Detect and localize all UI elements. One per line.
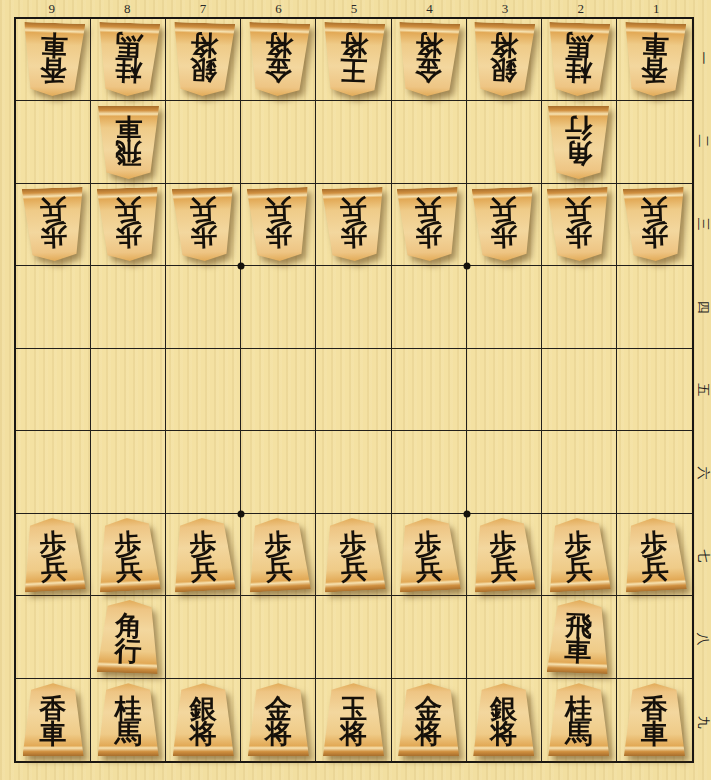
piece-kanji: 兵 — [40, 556, 68, 582]
piece-kanji: 歩 — [340, 222, 368, 248]
piece-kanji: 馬 — [565, 32, 593, 58]
board-square-86[interactable] — [91, 431, 166, 513]
piece-kanji: 金 — [415, 697, 442, 722]
board-square-37[interactable]: 歩兵 — [467, 514, 542, 596]
board-square-71[interactable]: 銀将 — [166, 19, 241, 101]
piece-face: 桂馬 — [547, 22, 611, 97]
piece-gote-knight-21[interactable]: 桂馬 — [548, 23, 609, 96]
board-square-76[interactable] — [166, 431, 241, 513]
piece-gote-lance-11[interactable]: 香車 — [624, 23, 685, 96]
file-labels: 987654321 — [14, 0, 694, 17]
shogi-app: 987654321 一二三四五六七八九 香車桂馬銀将金将王将金将銀将桂馬香車飛車… — [0, 0, 711, 780]
piece-kanji: 車 — [641, 722, 668, 747]
board-square-15[interactable] — [617, 349, 692, 431]
piece-kanji: 銀 — [490, 697, 517, 722]
piece-gote-knight-81[interactable]: 桂馬 — [98, 23, 159, 96]
piece-face: 歩兵 — [322, 187, 386, 262]
piece-kanji: 兵 — [490, 556, 518, 582]
piece-kanji: 将 — [490, 32, 518, 58]
rank-label-2: 二 — [694, 100, 711, 183]
board-square-95[interactable] — [16, 349, 91, 431]
piece-kanji: 将 — [415, 722, 442, 747]
rank-label-8: 八 — [694, 597, 711, 680]
file-label-2: 2 — [543, 0, 619, 17]
board-square-73[interactable]: 歩兵 — [166, 184, 241, 266]
board-square-92[interactable] — [16, 101, 91, 183]
piece-face: 歩兵 — [171, 516, 236, 592]
piece-sente-silver-39[interactable]: 銀将 — [473, 683, 534, 756]
board-square-65[interactable] — [241, 349, 316, 431]
board-square-99[interactable]: 香車 — [16, 679, 91, 761]
piece-kanji: 香 — [39, 57, 67, 83]
piece-kanji: 銀 — [489, 57, 517, 83]
piece-kanji: 王 — [339, 57, 367, 83]
piece-kanji: 将 — [265, 32, 293, 58]
piece-gote-gold-61[interactable]: 金将 — [248, 23, 309, 96]
piece-kanji: 香 — [640, 57, 668, 83]
piece-face: 歩兵 — [546, 516, 611, 592]
piece-kanji: 香 — [641, 697, 668, 722]
board-square-29[interactable]: 桂馬 — [542, 679, 617, 761]
piece-sente-knight-29[interactable]: 桂馬 — [548, 683, 609, 756]
piece-gote-pawn-73[interactable]: 歩兵 — [173, 188, 234, 261]
piece-kanji: 将 — [340, 32, 368, 58]
piece-face: 桂馬 — [98, 683, 159, 756]
board-square-45[interactable] — [392, 349, 467, 431]
piece-face: 歩兵 — [471, 516, 536, 592]
piece-kanji: 銀 — [190, 697, 217, 722]
piece-face: 王将 — [322, 22, 386, 97]
piece-kanji: 将 — [490, 722, 517, 747]
board-square-61[interactable]: 金将 — [241, 19, 316, 101]
piece-gote-rook-82[interactable]: 飛車 — [98, 106, 159, 179]
piece-face: 歩兵 — [321, 516, 386, 592]
piece-kanji: 玉 — [340, 697, 367, 722]
board-square-19[interactable]: 香車 — [617, 679, 692, 761]
piece-gote-pawn-23[interactable]: 歩兵 — [548, 188, 609, 261]
piece-kanji: 歩 — [265, 222, 293, 248]
piece-kanji: 馬 — [565, 722, 592, 747]
star-point — [463, 510, 470, 517]
piece-kanji: 兵 — [189, 197, 217, 223]
board-square-85[interactable] — [91, 349, 166, 431]
piece-kanji: 兵 — [115, 556, 143, 582]
piece-face: 飛車 — [547, 599, 611, 674]
piece-kanji: 兵 — [339, 197, 367, 223]
board-square-72[interactable] — [166, 101, 241, 183]
rank-label-3: 三 — [694, 183, 711, 266]
piece-kanji: 金 — [265, 697, 292, 722]
board-square-52[interactable] — [316, 101, 391, 183]
piece-face: 歩兵 — [21, 187, 85, 262]
piece-face: 金将 — [397, 22, 461, 97]
piece-gote-bishop-22[interactable]: 角行 — [548, 106, 609, 179]
board-square-69[interactable]: 金将 — [241, 679, 316, 761]
star-point — [238, 510, 245, 517]
board-square-35[interactable] — [467, 349, 542, 431]
piece-kanji: 将 — [190, 722, 217, 747]
board-square-97[interactable]: 歩兵 — [16, 514, 91, 596]
piece-kanji: 行 — [114, 638, 142, 664]
board-square-48[interactable] — [392, 596, 467, 678]
piece-face: 金将 — [398, 683, 459, 756]
piece-gote-lance-91[interactable]: 香車 — [23, 23, 84, 96]
piece-sente-lance-99[interactable]: 香車 — [23, 683, 84, 756]
piece-sente-gold-49[interactable]: 金将 — [398, 683, 459, 756]
piece-kanji: 金 — [414, 57, 442, 83]
board-square-91[interactable]: 香車 — [16, 19, 91, 101]
piece-face: 角行 — [96, 599, 160, 674]
board-square-49[interactable]: 金将 — [392, 679, 467, 761]
board-square-42[interactable] — [392, 101, 467, 183]
piece-face: 銀将 — [472, 22, 536, 97]
piece-kanji: 歩 — [115, 222, 143, 248]
board-square-12[interactable] — [617, 101, 692, 183]
piece-kanji: 兵 — [640, 197, 668, 223]
piece-sente-pawn-77[interactable]: 歩兵 — [173, 518, 234, 591]
piece-face: 歩兵 — [247, 187, 311, 262]
piece-kanji: 将 — [415, 32, 443, 58]
board-square-67[interactable]: 歩兵 — [241, 514, 316, 596]
piece-face: 歩兵 — [396, 516, 461, 592]
board-square-82[interactable]: 飛車 — [91, 101, 166, 183]
piece-kanji: 銀 — [189, 57, 217, 83]
piece-sente-pawn-37[interactable]: 歩兵 — [473, 518, 534, 591]
piece-gote-pawn-83[interactable]: 歩兵 — [98, 188, 159, 261]
board-square-63[interactable]: 歩兵 — [241, 184, 316, 266]
piece-kanji: 飛 — [115, 140, 142, 165]
piece-kanji: 桂 — [114, 57, 142, 83]
file-label-8: 8 — [90, 0, 166, 17]
board-square-55[interactable] — [316, 349, 391, 431]
piece-kanji: 桂 — [565, 697, 592, 722]
board-square-24[interactable] — [542, 266, 617, 348]
piece-sente-pawn-67[interactable]: 歩兵 — [248, 518, 309, 591]
piece-kanji: 兵 — [565, 556, 593, 582]
piece-face: 香車 — [623, 22, 687, 97]
piece-gote-pawn-93[interactable]: 歩兵 — [23, 188, 84, 261]
piece-sente-gold-69[interactable]: 金将 — [248, 683, 309, 756]
piece-kanji: 兵 — [114, 197, 142, 223]
board-square-59[interactable]: 玉将 — [316, 679, 391, 761]
board-square-66[interactable] — [241, 431, 316, 513]
board-square-84[interactable] — [91, 266, 166, 348]
rank-label-7: 七 — [694, 514, 711, 597]
board-square-77[interactable]: 歩兵 — [166, 514, 241, 596]
piece-kanji: 将 — [190, 32, 218, 58]
piece-kanji: 兵 — [190, 556, 218, 582]
piece-sente-pawn-87[interactable]: 歩兵 — [98, 518, 159, 591]
board-square-89[interactable]: 桂馬 — [91, 679, 166, 761]
file-label-4: 4 — [392, 0, 468, 17]
board-square-44[interactable] — [392, 266, 467, 348]
piece-face: 銀将 — [473, 683, 534, 756]
board-square-26[interactable] — [542, 431, 617, 513]
piece-kanji: 金 — [264, 57, 292, 83]
piece-sente-pawn-97[interactable]: 歩兵 — [23, 518, 84, 591]
piece-kanji: 歩 — [565, 222, 593, 248]
piece-face: 角行 — [548, 106, 609, 179]
board-square-34[interactable] — [467, 266, 542, 348]
star-point — [463, 263, 470, 270]
board-square-58[interactable] — [316, 596, 391, 678]
piece-face: 桂馬 — [96, 22, 160, 97]
piece-kanji: 兵 — [564, 197, 592, 223]
piece-sente-pawn-17[interactable]: 歩兵 — [624, 518, 685, 591]
board-square-11[interactable]: 香車 — [617, 19, 692, 101]
piece-kanji: 桂 — [565, 57, 593, 83]
piece-kanji: 桂 — [115, 697, 142, 722]
board-square-39[interactable]: 銀将 — [467, 679, 542, 761]
piece-sente-pawn-47[interactable]: 歩兵 — [398, 518, 459, 591]
file-label-5: 5 — [316, 0, 392, 17]
piece-gote-pawn-53[interactable]: 歩兵 — [323, 188, 384, 261]
file-label-6: 6 — [241, 0, 317, 17]
file-label-9: 9 — [14, 0, 90, 17]
piece-gote-gold-41[interactable]: 金将 — [398, 23, 459, 96]
piece-sente-king-59[interactable]: 玉将 — [323, 683, 384, 756]
piece-gote-pawn-63[interactable]: 歩兵 — [248, 188, 309, 261]
piece-kanji: 車 — [641, 32, 669, 58]
piece-face: 金将 — [247, 22, 311, 97]
file-label-7: 7 — [165, 0, 241, 17]
board-square-87[interactable]: 歩兵 — [91, 514, 166, 596]
piece-sente-knight-89[interactable]: 桂馬 — [98, 683, 159, 756]
file-label-3: 3 — [467, 0, 543, 17]
piece-kanji: 歩 — [641, 222, 669, 248]
piece-kanji: 兵 — [489, 197, 517, 223]
rank-label-1: 一 — [694, 17, 711, 100]
board-square-27[interactable]: 歩兵 — [542, 514, 617, 596]
board-square-23[interactable]: 歩兵 — [542, 184, 617, 266]
board-square-74[interactable] — [166, 266, 241, 348]
piece-gote-silver-71[interactable]: 銀将 — [173, 23, 234, 96]
board-square-75[interactable] — [166, 349, 241, 431]
board-square-28[interactable]: 飛車 — [542, 596, 617, 678]
board-square-53[interactable]: 歩兵 — [316, 184, 391, 266]
piece-kanji: 将 — [340, 722, 367, 747]
piece-gote-king-51[interactable]: 王将 — [323, 23, 384, 96]
rank-label-5: 五 — [694, 349, 711, 432]
piece-face: 歩兵 — [96, 187, 160, 262]
board-square-33[interactable]: 歩兵 — [467, 184, 542, 266]
board-square-54[interactable] — [316, 266, 391, 348]
piece-face: 銀将 — [173, 683, 234, 756]
piece-face: 桂馬 — [548, 683, 609, 756]
piece-kanji: 車 — [40, 722, 67, 747]
shogi-board: 香車桂馬銀将金将王将金将銀将桂馬香車飛車角行歩兵歩兵歩兵歩兵歩兵歩兵歩兵歩兵歩兵… — [14, 17, 694, 763]
board-square-46[interactable] — [392, 431, 467, 513]
board-square-79[interactable]: 銀将 — [166, 679, 241, 761]
piece-kanji: 車 — [40, 32, 68, 58]
rank-label-4: 四 — [694, 266, 711, 349]
board-square-47[interactable]: 歩兵 — [392, 514, 467, 596]
board-square-64[interactable] — [241, 266, 316, 348]
piece-face: 金将 — [248, 683, 309, 756]
piece-sente-rook-28[interactable]: 飛車 — [548, 600, 609, 673]
board-square-32[interactable] — [467, 101, 542, 183]
piece-face: 香車 — [23, 683, 84, 756]
board-square-94[interactable] — [16, 266, 91, 348]
board-square-13[interactable]: 歩兵 — [617, 184, 692, 266]
piece-kanji: 兵 — [39, 197, 67, 223]
piece-face: 歩兵 — [623, 187, 687, 262]
piece-kanji: 車 — [564, 638, 592, 664]
piece-kanji: 車 — [115, 115, 142, 140]
piece-face: 香車 — [21, 22, 85, 97]
rank-label-9: 九 — [694, 680, 711, 763]
board-square-62[interactable] — [241, 101, 316, 183]
board-square-93[interactable]: 歩兵 — [16, 184, 91, 266]
piece-sente-silver-79[interactable]: 銀将 — [173, 683, 234, 756]
board-square-22[interactable]: 角行 — [542, 101, 617, 183]
piece-face: 歩兵 — [472, 187, 536, 262]
piece-kanji: 兵 — [340, 556, 368, 582]
board-square-83[interactable]: 歩兵 — [91, 184, 166, 266]
piece-sente-pawn-27[interactable]: 歩兵 — [548, 518, 609, 591]
piece-sente-bishop-88[interactable]: 角行 — [98, 600, 159, 673]
board-square-81[interactable]: 桂馬 — [91, 19, 166, 101]
board-square-43[interactable]: 歩兵 — [392, 184, 467, 266]
board-square-41[interactable]: 金将 — [392, 19, 467, 101]
piece-kanji: 馬 — [115, 32, 143, 58]
board-square-68[interactable] — [241, 596, 316, 678]
board-square-57[interactable]: 歩兵 — [316, 514, 391, 596]
piece-kanji: 兵 — [265, 556, 293, 582]
rank-labels: 一二三四五六七八九 — [694, 17, 711, 763]
board-square-51[interactable]: 王将 — [316, 19, 391, 101]
board-square-17[interactable]: 歩兵 — [617, 514, 692, 596]
piece-face: 香車 — [624, 683, 685, 756]
board-square-14[interactable] — [617, 266, 692, 348]
piece-sente-pawn-57[interactable]: 歩兵 — [323, 518, 384, 591]
piece-face: 歩兵 — [96, 516, 161, 592]
board-square-96[interactable] — [16, 431, 91, 513]
board-square-31[interactable]: 銀将 — [467, 19, 542, 101]
board-square-98[interactable] — [16, 596, 91, 678]
piece-face: 飛車 — [98, 106, 159, 179]
piece-face: 歩兵 — [622, 516, 687, 592]
piece-face: 銀将 — [172, 22, 236, 97]
piece-face: 歩兵 — [397, 187, 461, 262]
piece-kanji: 将 — [265, 722, 292, 747]
piece-kanji: 歩 — [415, 222, 443, 248]
board-square-78[interactable] — [166, 596, 241, 678]
piece-kanji: 兵 — [264, 197, 292, 223]
piece-kanji: 歩 — [490, 222, 518, 248]
piece-gote-pawn-33[interactable]: 歩兵 — [473, 188, 534, 261]
piece-kanji: 兵 — [415, 556, 443, 582]
piece-kanji: 歩 — [190, 222, 218, 248]
piece-kanji: 兵 — [641, 556, 669, 582]
piece-kanji: 角 — [565, 140, 592, 165]
board-square-56[interactable] — [316, 431, 391, 513]
piece-kanji: 兵 — [414, 197, 442, 223]
file-label-1: 1 — [618, 0, 694, 17]
piece-kanji: 馬 — [115, 722, 142, 747]
board-square-18[interactable] — [617, 596, 692, 678]
piece-face: 歩兵 — [547, 187, 611, 262]
star-point — [238, 263, 245, 270]
rank-label-6: 六 — [694, 431, 711, 514]
board-square-88[interactable]: 角行 — [91, 596, 166, 678]
piece-face: 玉将 — [323, 683, 384, 756]
board-square-16[interactable] — [617, 431, 692, 513]
piece-kanji: 行 — [565, 115, 592, 140]
board-square-25[interactable] — [542, 349, 617, 431]
board-square-21[interactable]: 桂馬 — [542, 19, 617, 101]
piece-gote-silver-31[interactable]: 銀将 — [473, 23, 534, 96]
piece-gote-pawn-43[interactable]: 歩兵 — [398, 188, 459, 261]
piece-face: 歩兵 — [246, 516, 311, 592]
piece-face: 歩兵 — [21, 516, 86, 592]
board-square-36[interactable] — [467, 431, 542, 513]
board-square-38[interactable] — [467, 596, 542, 678]
piece-kanji: 香 — [40, 697, 67, 722]
piece-sente-lance-19[interactable]: 香車 — [624, 683, 685, 756]
piece-gote-pawn-13[interactable]: 歩兵 — [624, 188, 685, 261]
piece-kanji: 歩 — [39, 222, 67, 248]
piece-face: 歩兵 — [172, 187, 236, 262]
